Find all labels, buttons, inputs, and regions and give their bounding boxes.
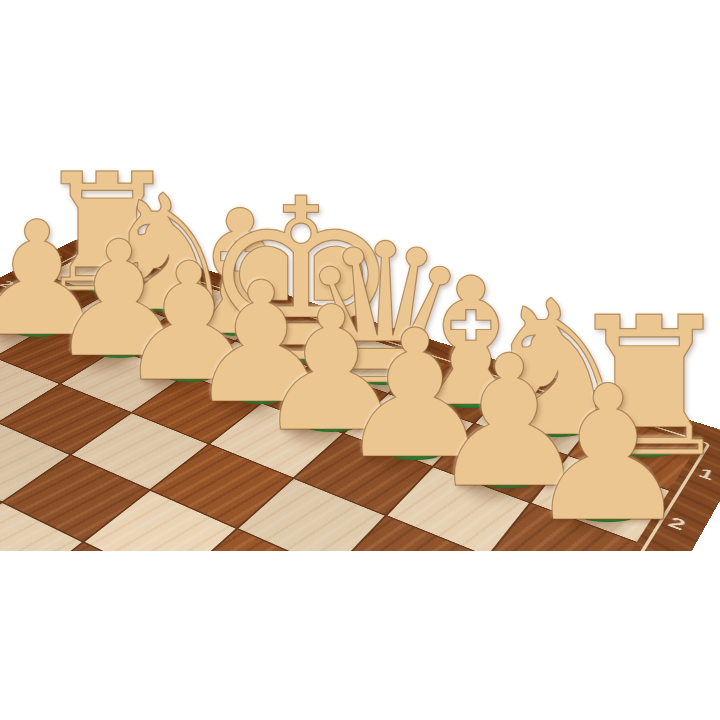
chess-board: ABCDEFGH 87654321 87654321 <box>0 233 720 551</box>
chess-set-photo: ABCDEFGH 87654321 87654321 ♜♞♝♚♛♝♞♜♟♟♟♟♟… <box>0 0 720 720</box>
board-crop: ABCDEFGH 87654321 87654321 <box>0 0 720 551</box>
